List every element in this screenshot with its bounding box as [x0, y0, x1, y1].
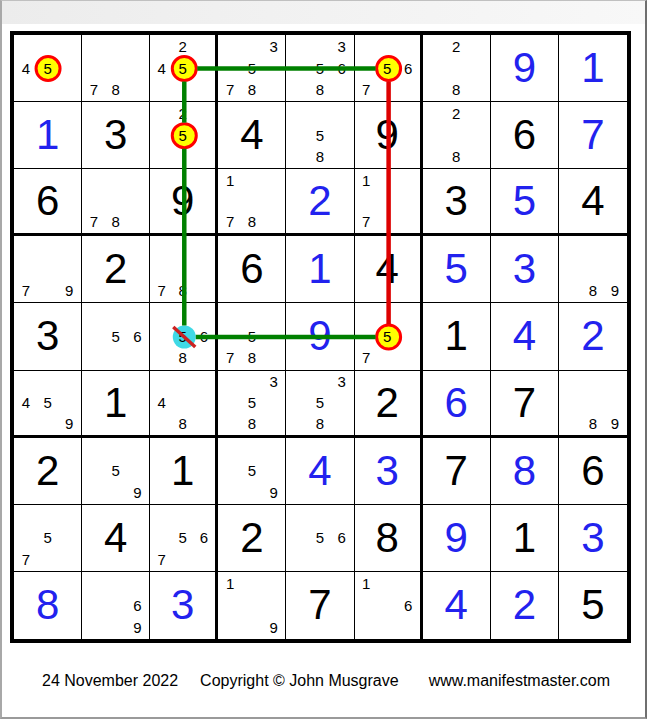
cell-r5c2[interactable]: 56: [82, 303, 150, 370]
candidate-digit: 5: [241, 57, 263, 78]
candidate-digit: 5: [105, 326, 127, 347]
cell-value: 1: [423, 303, 490, 369]
candidate-digit: 7: [356, 212, 377, 233]
candidate-digit: 6: [398, 595, 419, 617]
candidate-digit: 7: [83, 79, 105, 100]
cell-r5c9[interactable]: 2: [559, 303, 627, 370]
cell-r2c3[interactable]: 25: [150, 102, 218, 169]
pencil-marks: 45: [15, 36, 80, 100]
cell-value: 3: [150, 572, 215, 639]
pencil-marks: 567: [356, 36, 419, 100]
pencil-marks: 25: [151, 103, 214, 167]
pencil-marks: 56: [287, 506, 352, 570]
cell-r2c7[interactable]: 28: [423, 102, 491, 169]
cell-r6c4[interactable]: 358: [218, 371, 286, 438]
cell-r4c2[interactable]: 2: [82, 236, 150, 303]
candidate-digit: 7: [15, 280, 37, 301]
candidate-digit: 8: [105, 79, 127, 100]
pencil-marks: 567: [151, 506, 214, 570]
cell-r7c8[interactable]: 8: [491, 438, 559, 505]
candidate-digit: 6: [193, 527, 214, 548]
cell-r1c5[interactable]: 3568: [286, 35, 354, 102]
pencil-marks: 59: [83, 439, 148, 503]
candidate-digit: 7: [151, 280, 172, 301]
cell-value: 2: [82, 236, 149, 302]
cell-value: 2: [355, 371, 420, 435]
cell-r3c2[interactable]: 78: [82, 169, 150, 236]
cell-value: 1: [150, 438, 215, 504]
cell-r9c5[interactable]: 7: [286, 572, 354, 639]
cell-r6c3[interactable]: 48: [150, 371, 218, 438]
cell-r4c3[interactable]: 78: [150, 236, 218, 303]
pencil-marks: 245: [151, 36, 214, 100]
candidate-digit: 3: [263, 372, 285, 393]
cell-r2c8[interactable]: 6: [491, 102, 559, 169]
candidate-digit: 8: [582, 280, 604, 301]
candidate-digit: 5: [172, 124, 193, 145]
pencil-marks: 78: [83, 36, 148, 100]
pencil-marks: 78: [151, 237, 214, 301]
candidate-digit: 6: [331, 527, 353, 548]
cell-value: 4: [355, 236, 420, 302]
cell-r1c7[interactable]: 28: [423, 35, 491, 102]
cell-r2c5[interactable]: 58: [286, 102, 354, 169]
cell-r3c7[interactable]: 3: [423, 169, 491, 236]
cell-r9c2[interactable]: 69: [82, 572, 150, 639]
candidate-digit: 4: [15, 392, 37, 413]
cell-r6c2[interactable]: 1: [82, 371, 150, 438]
cell-value: 5: [491, 169, 558, 233]
candidate-digit: 7: [219, 347, 241, 368]
candidate-digit: 7: [356, 79, 377, 100]
cell-value: 3: [82, 102, 149, 168]
candidate-digit: 2: [172, 103, 193, 124]
cell-value: 2: [559, 303, 627, 369]
cell-value: 5: [559, 572, 627, 639]
pencil-marks: 89: [560, 372, 626, 434]
cell-value: 1: [82, 371, 149, 435]
pencil-marks: 358: [219, 372, 284, 434]
candidate-digit: 6: [127, 326, 149, 347]
candidate-digit: 5: [241, 460, 263, 481]
cell-r8c9[interactable]: 3: [559, 505, 627, 572]
cell-value: 2: [491, 572, 558, 639]
candidate-digit: 5: [37, 392, 59, 413]
cell-r4c8[interactable]: 3: [491, 236, 559, 303]
cell-r2c4[interactable]: 4: [218, 102, 286, 169]
pencil-marks: 57: [356, 304, 419, 368]
cell-value: 4: [82, 505, 149, 571]
candidate-digit: 1: [356, 170, 377, 191]
cell-r5c7[interactable]: 1: [423, 303, 491, 370]
cell-value: 6: [218, 236, 285, 302]
candidate-digit: 2: [445, 36, 467, 57]
cell-r2c2[interactable]: 3: [82, 102, 150, 169]
cell-r2c6[interactable]: 9: [355, 102, 423, 169]
candidate-digit: 5: [105, 460, 127, 481]
candidate-digit: 8: [582, 413, 604, 434]
candidate-digit: 2: [172, 36, 193, 57]
cell-value: 9: [150, 169, 215, 233]
cell-value: 1: [559, 35, 627, 101]
pencil-marks: 3568: [287, 36, 352, 100]
pencil-marks: 459: [15, 372, 80, 434]
cell-value: 3: [14, 303, 81, 369]
candidate-digit: 5: [377, 326, 398, 347]
cell-r4c9[interactable]: 89: [559, 236, 627, 303]
footer-date: 24 November 2022: [42, 672, 178, 690]
cell-value: 9: [355, 102, 420, 168]
pencil-marks: 19: [219, 573, 284, 638]
candidate-digit: 5: [172, 57, 193, 78]
cell-r6c6[interactable]: 2: [355, 371, 423, 438]
candidate-digit: 9: [127, 481, 149, 502]
cell-r7c3[interactable]: 1: [150, 438, 218, 505]
cell-r5c8[interactable]: 4: [491, 303, 559, 370]
candidate-digit: 4: [151, 392, 172, 413]
pencil-marks: 59: [219, 439, 284, 503]
cell-value: 2: [286, 169, 353, 233]
cell-value: 3: [559, 505, 627, 571]
cell-r9c1[interactable]: 8: [14, 572, 82, 639]
cell-r5c4[interactable]: 578: [218, 303, 286, 370]
cell-r5c6[interactable]: 57: [355, 303, 423, 370]
cell-r1c9[interactable]: 1: [559, 35, 627, 102]
cell-r4c6[interactable]: 4: [355, 236, 423, 303]
candidate-digit: 8: [309, 79, 331, 100]
cell-value: 3: [355, 438, 420, 504]
cell-r4c5[interactable]: 1: [286, 236, 354, 303]
cell-value: 9: [423, 505, 490, 571]
candidate-digit: 8: [445, 146, 467, 167]
pencil-marks: 58: [287, 103, 352, 167]
cell-value: 1: [286, 236, 353, 302]
pencil-marks: 17: [356, 170, 419, 232]
candidate-digit: 8: [241, 79, 263, 100]
cell-value: 2: [14, 438, 81, 504]
candidate-digit: 5: [241, 326, 263, 347]
pencil-marks: 16: [356, 573, 419, 638]
candidate-digit: 5: [241, 392, 263, 413]
candidate-digit: 5: [309, 527, 331, 548]
cell-r7c9[interactable]: 6: [559, 438, 627, 505]
cell-r5c3[interactable]: 568: [150, 303, 218, 370]
cell-r7c6[interactable]: 3: [355, 438, 423, 505]
cell-value: 7: [491, 371, 558, 435]
cell-r5c1[interactable]: 3: [14, 303, 82, 370]
cell-value: 3: [491, 236, 558, 302]
cell-r8c3[interactable]: 567: [150, 505, 218, 572]
cell-r1c6[interactable]: 567: [355, 35, 423, 102]
candidate-digit: 6: [127, 595, 149, 617]
candidate-digit: 4: [151, 57, 172, 78]
cell-r3c5[interactable]: 2: [286, 169, 354, 236]
cell-r7c5[interactable]: 4: [286, 438, 354, 505]
cell-r6c9[interactable]: 89: [559, 371, 627, 438]
pencil-marks: 3578: [219, 36, 284, 100]
cell-value: 9: [286, 303, 353, 369]
cell-r9c8[interactable]: 2: [491, 572, 559, 639]
cell-r7c2[interactable]: 59: [82, 438, 150, 505]
cell-value: 4: [491, 303, 558, 369]
cell-r4c1[interactable]: 79: [14, 236, 82, 303]
candidate-digit: 8: [172, 413, 193, 434]
cell-value: 6: [491, 102, 558, 168]
pencil-marks: 78: [83, 170, 148, 232]
pencil-marks: 69: [83, 573, 148, 638]
cell-value: 3: [423, 169, 490, 233]
cell-value: 2: [218, 505, 285, 571]
candidate-digit: 6: [398, 57, 419, 78]
cell-r7c1[interactable]: 2: [14, 438, 82, 505]
cell-r9c9[interactable]: 5: [559, 572, 627, 639]
cell-value: 8: [491, 438, 558, 504]
candidate-digit: 2: [445, 103, 467, 124]
cell-r7c4[interactable]: 59: [218, 438, 286, 505]
candidate-digit: 1: [219, 573, 241, 595]
pencil-marks: 89: [560, 237, 626, 301]
cell-value: 4: [218, 102, 285, 168]
cell-r3c1[interactable]: 6: [14, 169, 82, 236]
board-cells: 4578245357835685672891132545892867678917…: [14, 35, 627, 639]
candidate-digit: 3: [331, 372, 353, 393]
pencil-marks: 48: [151, 372, 214, 434]
candidate-digit: 9: [263, 616, 285, 638]
window-titlebar: [2, 1, 645, 24]
cell-r6c5[interactable]: 358: [286, 371, 354, 438]
cell-value: 6: [14, 169, 81, 233]
candidate-digit: 7: [219, 79, 241, 100]
cell-value: 6: [559, 438, 627, 504]
footer: 24 November 2022Copyright © John Musgrav…: [42, 672, 610, 690]
candidate-digit: 6: [331, 57, 353, 78]
cell-r9c6[interactable]: 16: [355, 572, 423, 639]
candidate-digit: 9: [58, 413, 80, 434]
cell-r7c7[interactable]: 7: [423, 438, 491, 505]
candidate-digit: 5: [309, 124, 331, 145]
candidate-digit: 8: [445, 79, 467, 100]
cell-value: 7: [559, 102, 627, 168]
cell-r3c9[interactable]: 4: [559, 169, 627, 236]
candidate-digit: 8: [241, 347, 263, 368]
cell-value: 5: [423, 236, 490, 302]
candidate-digit: 8: [172, 347, 193, 368]
cell-r4c4[interactable]: 6: [218, 236, 286, 303]
cell-r6c1[interactable]: 459: [14, 371, 82, 438]
candidate-digit: 8: [309, 413, 331, 434]
candidate-digit: 8: [172, 280, 193, 301]
cell-r3c6[interactable]: 17: [355, 169, 423, 236]
candidate-digit: 9: [127, 616, 149, 638]
cell-r4c7[interactable]: 5: [423, 236, 491, 303]
cell-r8c4[interactable]: 2: [218, 505, 286, 572]
candidate-digit: 3: [331, 36, 353, 57]
candidate-digit: 7: [356, 347, 377, 368]
cell-value: 1: [491, 505, 558, 571]
candidate-digit: 7: [15, 549, 37, 570]
candidate-digit: 5: [172, 527, 193, 548]
cell-r5c5[interactable]: 9: [286, 303, 354, 370]
cell-value: 4: [286, 438, 353, 504]
cell-r1c8[interactable]: 9: [491, 35, 559, 102]
candidate-digit: 3: [263, 36, 285, 57]
candidate-digit: 1: [356, 573, 377, 595]
candidate-digit: 7: [151, 549, 172, 570]
candidate-digit: 5: [309, 57, 331, 78]
cell-value: 7: [423, 438, 490, 504]
cell-value: 4: [423, 572, 490, 639]
cell-r8c1[interactable]: 57: [14, 505, 82, 572]
pencil-marks: 28: [424, 36, 489, 100]
candidate-digit: 6: [193, 326, 214, 347]
pencil-marks: 568: [151, 304, 214, 368]
candidate-digit: 5: [37, 57, 59, 78]
cell-r3c3[interactable]: 9: [150, 169, 218, 236]
cell-r1c3[interactable]: 245: [150, 35, 218, 102]
cell-r8c7[interactable]: 9: [423, 505, 491, 572]
pencil-marks: 578: [219, 304, 284, 368]
pencil-marks: 358: [287, 372, 352, 434]
candidate-digit: 4: [15, 57, 37, 78]
sudoku-board: 4578245357835685672891132545892867678917…: [10, 31, 631, 643]
cell-r8c2[interactable]: 4: [82, 505, 150, 572]
cell-r3c4[interactable]: 178: [218, 169, 286, 236]
cell-value: 7: [286, 572, 353, 639]
cell-value: 1: [14, 102, 81, 168]
candidate-digit: 9: [263, 481, 285, 502]
cell-r8c5[interactable]: 56: [286, 505, 354, 572]
pencil-marks: 57: [15, 506, 80, 570]
pencil-marks: 79: [15, 237, 80, 301]
footer-copyright: Copyright © John Musgrave: [200, 672, 399, 690]
cell-r9c3[interactable]: 3: [150, 572, 218, 639]
cell-r3c8[interactable]: 5: [491, 169, 559, 236]
candidate-digit: 5: [377, 57, 398, 78]
candidate-digit: 9: [604, 280, 626, 301]
candidate-digit: 5: [172, 326, 193, 347]
candidate-digit: 9: [604, 413, 626, 434]
cell-r2c9[interactable]: 7: [559, 102, 627, 169]
candidate-digit: 8: [309, 146, 331, 167]
pencil-marks: 28: [424, 103, 489, 167]
cell-r6c8[interactable]: 7: [491, 371, 559, 438]
footer-website: www.manifestmaster.com: [429, 672, 610, 690]
cell-r1c1[interactable]: 45: [14, 35, 82, 102]
candidate-digit: 5: [37, 527, 59, 548]
candidate-digit: 7: [83, 212, 105, 233]
cell-r8c6[interactable]: 8: [355, 505, 423, 572]
candidate-digit: 5: [309, 392, 331, 413]
cell-value: 8: [14, 572, 81, 639]
candidate-digit: 9: [58, 280, 80, 301]
cell-value: 6: [423, 371, 490, 435]
cell-r1c4[interactable]: 3578: [218, 35, 286, 102]
pencil-marks: 56: [83, 304, 148, 368]
cell-r9c7[interactable]: 4: [423, 572, 491, 639]
cell-value: 8: [355, 505, 420, 571]
cell-value: 9: [491, 35, 558, 101]
candidate-digit: 1: [219, 170, 241, 191]
cell-value: 4: [559, 169, 627, 233]
cell-r9c4[interactable]: 19: [218, 572, 286, 639]
cell-r2c1[interactable]: 1: [14, 102, 82, 169]
candidate-digit: 8: [105, 212, 127, 233]
cell-r6c7[interactable]: 6: [423, 371, 491, 438]
cell-r1c2[interactable]: 78: [82, 35, 150, 102]
pencil-marks: 178: [219, 170, 284, 232]
cell-r8c8[interactable]: 1: [491, 505, 559, 572]
candidate-digit: 7: [219, 212, 241, 233]
candidate-digit: 8: [241, 212, 263, 233]
candidate-digit: 8: [241, 413, 263, 434]
